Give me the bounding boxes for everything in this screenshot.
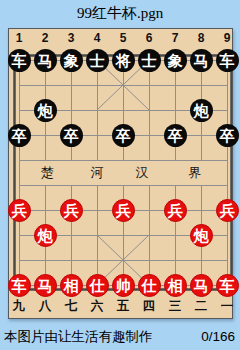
piece-black: 将 xyxy=(112,49,135,72)
credit-text: 本图片由让生活有趣制作 xyxy=(4,328,153,346)
piece-red: 兵 xyxy=(164,199,187,222)
file-label: 六 xyxy=(84,298,110,314)
top-file-numbers: 1 2 3 4 5 6 7 8 9 xyxy=(6,30,240,46)
file-label: 一 xyxy=(214,298,240,314)
piece-black: 炮 xyxy=(190,99,213,122)
viewer-window: 99红牛杯.pgn xyxy=(0,0,240,350)
piece-black: 士 xyxy=(86,49,109,72)
piece-black: 炮 xyxy=(34,99,57,122)
file-label: 七 xyxy=(58,298,84,314)
file-label: 四 xyxy=(136,298,162,314)
piece-red: 兵 xyxy=(8,199,31,222)
piece-red: 仕 xyxy=(86,274,109,297)
bottom-file-numbers: 九 八 七 六 五 四 三 二 一 xyxy=(6,298,240,314)
piece-red: 相 xyxy=(164,274,187,297)
file-label: 九 xyxy=(6,298,32,314)
xiangqi-board: 1 2 3 4 5 6 7 8 9 楚 河 汉 界 车马象士将士象马车炮炮卒卒卒… xyxy=(8,28,233,319)
file-label: 5 xyxy=(110,30,136,46)
piece-red: 仕 xyxy=(138,274,161,297)
file-label: 9 xyxy=(214,30,240,46)
piece-black: 卒 xyxy=(112,124,135,147)
file-title: 99红牛杯.pgn xyxy=(0,4,240,23)
piece-layer: 车马象士将士象马车炮炮卒卒卒卒卒兵兵兵兵兵炮炮车马相仕帅仕相马车 xyxy=(6,48,240,298)
piece-red: 兵 xyxy=(112,199,135,222)
piece-red: 兵 xyxy=(216,199,239,222)
file-label: 三 xyxy=(162,298,188,314)
file-label: 1 xyxy=(6,30,32,46)
piece-black: 车 xyxy=(8,49,31,72)
file-label: 6 xyxy=(136,30,162,46)
piece-black: 马 xyxy=(190,49,213,72)
status-bar: 本图片由让生活有趣制作 0/166 xyxy=(0,328,240,346)
piece-red: 车 xyxy=(8,274,31,297)
piece-red: 炮 xyxy=(190,224,213,247)
file-label: 7 xyxy=(162,30,188,46)
piece-black: 象 xyxy=(164,49,187,72)
piece-black: 卒 xyxy=(164,124,187,147)
file-label: 五 xyxy=(110,298,136,314)
file-label: 8 xyxy=(188,30,214,46)
piece-black: 卒 xyxy=(8,124,31,147)
file-label: 3 xyxy=(58,30,84,46)
piece-black: 车 xyxy=(216,49,239,72)
file-label: 2 xyxy=(32,30,58,46)
piece-black: 卒 xyxy=(216,124,239,147)
piece-black: 马 xyxy=(34,49,57,72)
piece-black: 士 xyxy=(138,49,161,72)
piece-red: 帅 xyxy=(112,274,135,297)
piece-red: 炮 xyxy=(34,224,57,247)
file-label: 二 xyxy=(188,298,214,314)
piece-red: 马 xyxy=(34,274,57,297)
piece-black: 象 xyxy=(60,49,83,72)
piece-red: 兵 xyxy=(60,199,83,222)
piece-red: 马 xyxy=(190,274,213,297)
file-label: 八 xyxy=(32,298,58,314)
piece-red: 车 xyxy=(216,274,239,297)
file-label: 4 xyxy=(84,30,110,46)
move-counter: 0/166 xyxy=(201,328,235,346)
piece-red: 相 xyxy=(60,274,83,297)
piece-black: 卒 xyxy=(60,124,83,147)
